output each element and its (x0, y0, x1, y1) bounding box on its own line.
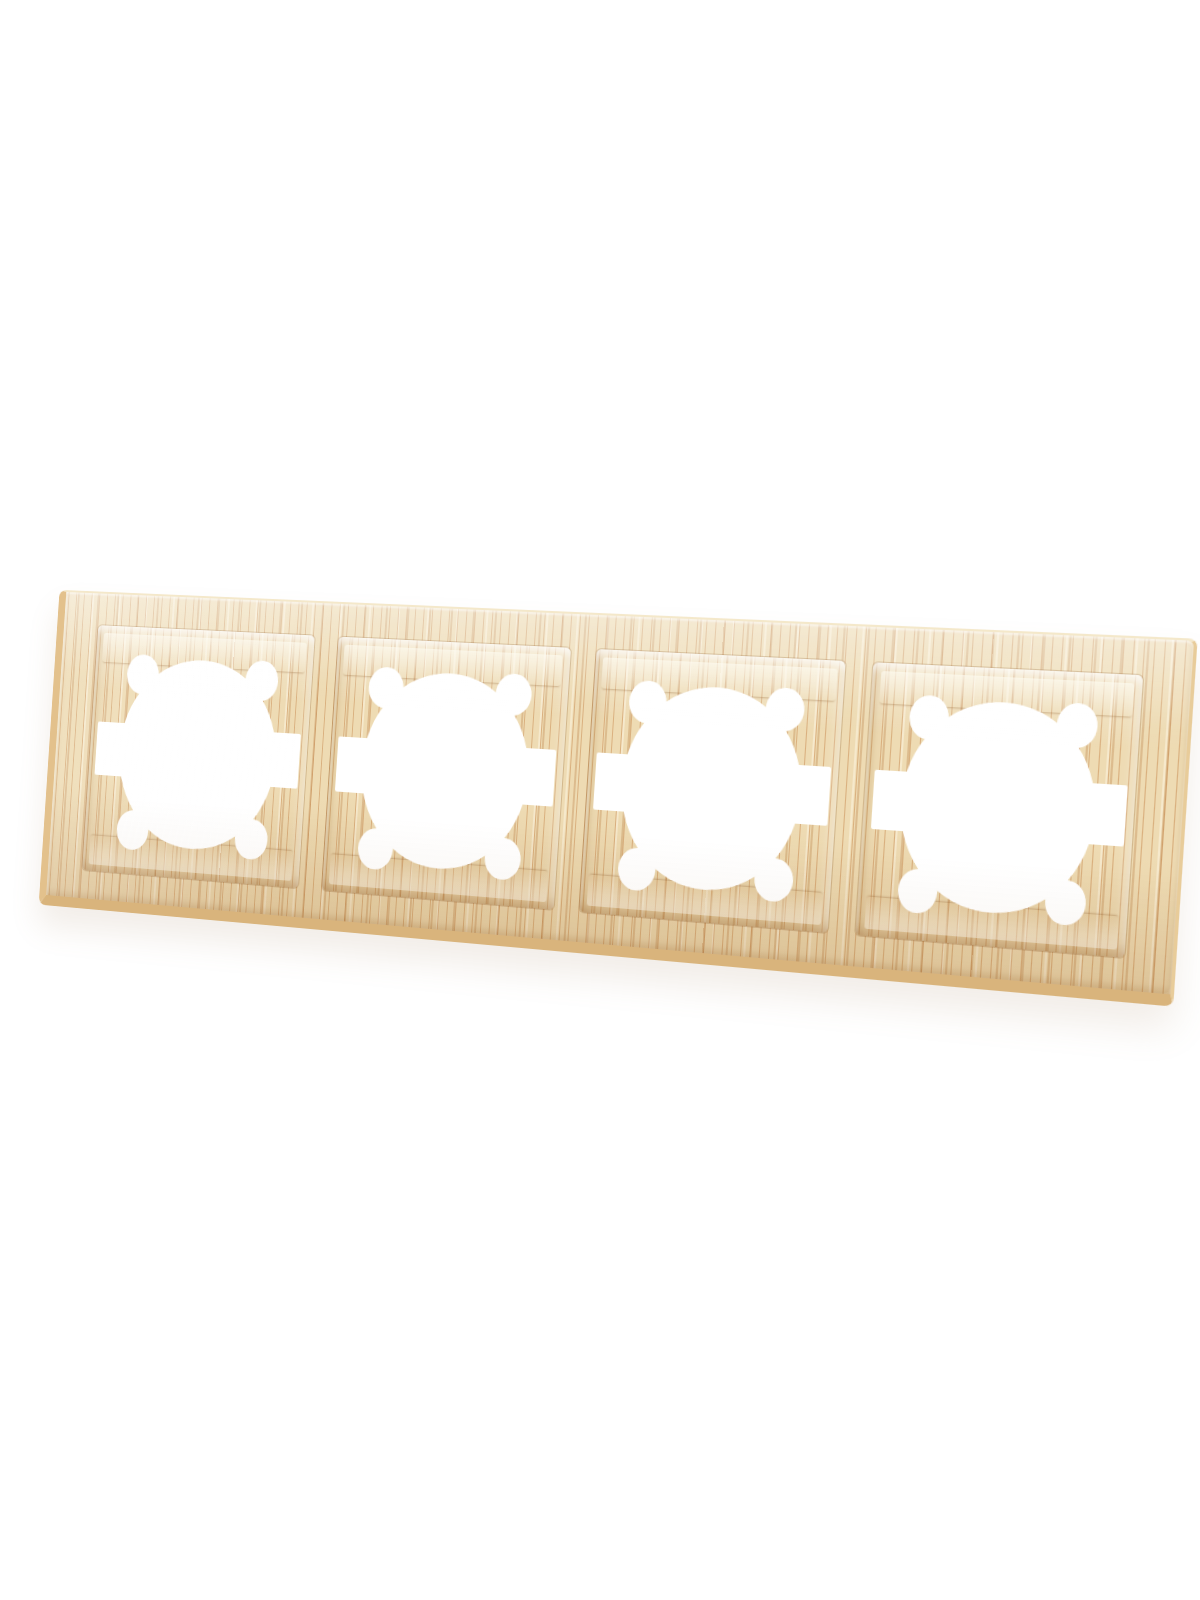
aperture-1 (82, 625, 314, 888)
socket-frame (39, 590, 1198, 1007)
product-photo (0, 0, 1200, 1600)
aperture-3-claw-notch-bottom-right (753, 856, 794, 902)
aperture-2-claw-notch-bottom-right (484, 836, 522, 880)
aperture-2 (322, 637, 571, 910)
frame-window-2 (322, 637, 571, 910)
aperture-1-claw-notch-top-right (244, 660, 280, 702)
aperture-4-side-tab-left (870, 769, 908, 831)
aperture-4 (856, 662, 1144, 958)
aperture-3-side-tab-left (593, 752, 628, 812)
aperture-3-side-tab-right (794, 764, 831, 826)
aperture-2-side-tab-left (335, 736, 368, 794)
frame-window-1 (82, 625, 314, 888)
photo-canvas (0, 0, 1200, 1600)
aperture-1-side-tab-left (95, 721, 126, 777)
aperture-4-side-tab-right (1087, 783, 1127, 847)
frame-window-3 (579, 649, 846, 933)
aperture-1-side-tab-right (269, 732, 301, 789)
aperture-3-claw-notch-top-right (764, 687, 805, 732)
aperture-3 (579, 649, 846, 933)
aperture-4-claw-notch-bottom-right (1044, 878, 1088, 926)
frame-window-4 (856, 662, 1144, 958)
aperture-2-claw-notch-top-right (495, 673, 533, 717)
aperture-2-side-tab-right (522, 748, 557, 808)
